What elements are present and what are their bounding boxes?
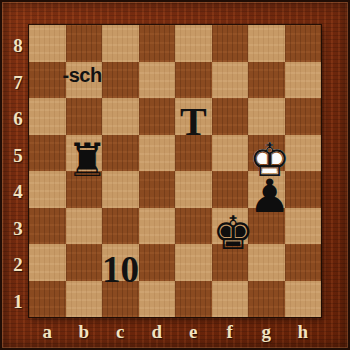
rank-label-5: 5 — [13, 145, 23, 167]
rank-label-2: 2 — [13, 254, 23, 276]
black-rook-glyph: ♜ — [67, 137, 108, 183]
square-f6[interactable] — [212, 98, 249, 135]
rank-label-3: 3 — [13, 218, 23, 240]
rank-label-8: 8 — [13, 35, 23, 57]
black-pawn-g4[interactable]: ♟ — [249, 173, 286, 210]
square-a3[interactable] — [29, 208, 66, 245]
file-label-c: c — [116, 321, 124, 343]
annotation-b7: -sch — [63, 58, 100, 95]
square-d2[interactable] — [139, 244, 176, 281]
square-d8[interactable] — [139, 25, 176, 62]
square-d4[interactable] — [139, 171, 176, 208]
square-f8[interactable] — [212, 25, 249, 62]
square-f5[interactable] — [212, 135, 249, 172]
square-e2[interactable] — [175, 244, 212, 281]
rank-label-7: 7 — [13, 72, 23, 94]
file-label-d: d — [151, 321, 162, 343]
square-h7[interactable] — [285, 62, 322, 99]
file-label-h: h — [297, 321, 308, 343]
square-h6[interactable] — [285, 98, 322, 135]
file-label-e: e — [189, 321, 197, 343]
black-king-glyph: ♚ — [213, 210, 254, 256]
square-h8[interactable] — [285, 25, 322, 62]
annotation-e6: T — [175, 98, 212, 135]
square-e3[interactable] — [175, 208, 212, 245]
square-e1[interactable] — [175, 281, 212, 318]
square-a6[interactable] — [29, 98, 66, 135]
square-e8[interactable] — [175, 25, 212, 62]
square-d5[interactable] — [139, 135, 176, 172]
square-a1[interactable] — [29, 281, 66, 318]
square-a7[interactable] — [29, 62, 66, 99]
white-king-g5[interactable]: ♚♔ — [249, 137, 286, 174]
annotation-c2: 10 — [102, 248, 139, 285]
square-f4[interactable] — [212, 171, 249, 208]
file-label-f: f — [227, 321, 233, 343]
rank-label-4: 4 — [13, 181, 23, 203]
square-f7[interactable] — [212, 62, 249, 99]
file-label-b: b — [78, 321, 89, 343]
square-f1[interactable] — [212, 281, 249, 318]
file-label-g: g — [262, 321, 272, 343]
square-a4[interactable] — [29, 171, 66, 208]
square-d1[interactable] — [139, 281, 176, 318]
square-d3[interactable] — [139, 208, 176, 245]
square-a8[interactable] — [29, 25, 66, 62]
rank-label-1: 1 — [13, 291, 23, 313]
file-label-a: a — [43, 321, 53, 343]
square-g1[interactable] — [248, 281, 285, 318]
square-c3[interactable] — [102, 208, 139, 245]
square-h2[interactable] — [285, 244, 322, 281]
square-g6[interactable] — [248, 98, 285, 135]
square-c8[interactable] — [102, 25, 139, 62]
square-b8[interactable] — [66, 25, 103, 62]
square-d6[interactable] — [139, 98, 176, 135]
square-b2[interactable] — [66, 244, 103, 281]
square-a2[interactable] — [29, 244, 66, 281]
square-b6[interactable] — [66, 98, 103, 135]
square-e4[interactable] — [175, 171, 212, 208]
square-a5[interactable] — [29, 135, 66, 172]
square-d7[interactable] — [139, 62, 176, 99]
square-g8[interactable] — [248, 25, 285, 62]
square-e7[interactable] — [175, 62, 212, 99]
black-pawn-glyph: ♟ — [249, 173, 290, 219]
black-rook-b5[interactable]: ♜ — [67, 137, 104, 174]
square-h1[interactable] — [285, 281, 322, 318]
rank-label-6: 6 — [13, 108, 23, 130]
black-king-f3[interactable]: ♚ — [213, 210, 250, 247]
square-c7[interactable] — [102, 62, 139, 99]
square-c6[interactable] — [102, 98, 139, 135]
chess-board-window: 87654321abcdefgh♜♚♔♟♚-schT10 — [0, 0, 350, 350]
square-g7[interactable] — [248, 62, 285, 99]
square-b3[interactable] — [66, 208, 103, 245]
square-b1[interactable] — [66, 281, 103, 318]
